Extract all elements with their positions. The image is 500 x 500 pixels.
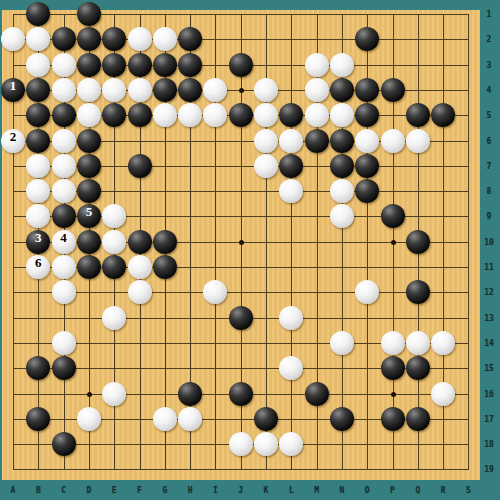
black-stone-Q10 xyxy=(406,230,430,254)
column-label-J: J xyxy=(238,486,243,495)
black-stone-G10 xyxy=(153,230,177,254)
black-stone-F7 xyxy=(128,154,152,178)
column-label-F: F xyxy=(137,486,142,495)
black-stone-A4 xyxy=(1,78,25,102)
row-label-15: 15 xyxy=(484,364,494,373)
black-stone-F10 xyxy=(128,230,152,254)
star-point-P10 xyxy=(391,240,396,245)
white-stone-N3 xyxy=(330,53,354,77)
star-point-J10 xyxy=(239,240,244,245)
black-stone-M6 xyxy=(305,129,329,153)
star-point-P16 xyxy=(391,392,396,397)
black-stone-E11 xyxy=(102,255,126,279)
row-label-14: 14 xyxy=(484,338,494,347)
white-stone-C3 xyxy=(52,53,76,77)
row-label-11: 11 xyxy=(484,263,494,272)
white-stone-C7 xyxy=(52,154,76,178)
row-label-1: 1 xyxy=(487,10,492,19)
black-stone-C2 xyxy=(52,27,76,51)
black-stone-B10 xyxy=(26,230,50,254)
row-label-8: 8 xyxy=(487,187,492,196)
white-stone-C12 xyxy=(52,280,76,304)
white-stone-R14 xyxy=(431,331,455,355)
black-stone-H4 xyxy=(178,78,202,102)
white-stone-G17 xyxy=(153,407,177,431)
black-stone-J5 xyxy=(229,103,253,127)
white-stone-G5 xyxy=(153,103,177,127)
white-stone-C6 xyxy=(52,129,76,153)
black-stone-D11 xyxy=(77,255,101,279)
black-stone-G3 xyxy=(153,53,177,77)
white-stone-M4 xyxy=(305,78,329,102)
black-stone-G4 xyxy=(153,78,177,102)
black-stone-P4 xyxy=(381,78,405,102)
white-stone-E16 xyxy=(102,382,126,406)
black-stone-L7 xyxy=(279,154,303,178)
black-stone-D10 xyxy=(77,230,101,254)
white-stone-H17 xyxy=(178,407,202,431)
black-stone-F5 xyxy=(128,103,152,127)
white-stone-G2 xyxy=(153,27,177,51)
black-stone-K17 xyxy=(254,407,278,431)
row-label-2: 2 xyxy=(487,35,492,44)
row-label-3: 3 xyxy=(487,60,492,69)
row-label-16: 16 xyxy=(484,389,494,398)
black-stone-Q12 xyxy=(406,280,430,304)
black-stone-B6 xyxy=(26,129,50,153)
black-stone-C9 xyxy=(52,204,76,228)
white-stone-D4 xyxy=(77,78,101,102)
row-label-6: 6 xyxy=(487,136,492,145)
column-label-I: I xyxy=(213,486,218,495)
grid-line-vertical xyxy=(291,14,292,470)
white-stone-E13 xyxy=(102,306,126,330)
black-stone-J16 xyxy=(229,382,253,406)
white-stone-J18 xyxy=(229,432,253,456)
black-stone-D6 xyxy=(77,129,101,153)
black-stone-N6 xyxy=(330,129,354,153)
white-stone-Q14 xyxy=(406,331,430,355)
row-label-19: 19 xyxy=(484,465,494,474)
row-label-10: 10 xyxy=(484,237,494,246)
column-label-P: P xyxy=(390,486,395,495)
column-label-N: N xyxy=(339,486,344,495)
column-label-A: A xyxy=(11,486,16,495)
column-label-B: B xyxy=(36,486,41,495)
black-stone-D1 xyxy=(77,2,101,26)
column-label-H: H xyxy=(188,486,193,495)
black-stone-E3 xyxy=(102,53,126,77)
black-stone-D3 xyxy=(77,53,101,77)
black-stone-P17 xyxy=(381,407,405,431)
black-stone-M16 xyxy=(305,382,329,406)
black-stone-H3 xyxy=(178,53,202,77)
white-stone-K7 xyxy=(254,154,278,178)
black-stone-H16 xyxy=(178,382,202,406)
column-label-D: D xyxy=(86,486,91,495)
black-stone-G11 xyxy=(153,255,177,279)
black-stone-N4 xyxy=(330,78,354,102)
black-stone-Q5 xyxy=(406,103,430,127)
star-point-D16 xyxy=(87,392,92,397)
row-label-5: 5 xyxy=(487,111,492,120)
black-stone-C15 xyxy=(52,356,76,380)
column-label-L: L xyxy=(289,486,294,495)
black-stone-C18 xyxy=(52,432,76,456)
white-stone-N8 xyxy=(330,179,354,203)
white-stone-N14 xyxy=(330,331,354,355)
black-stone-N17 xyxy=(330,407,354,431)
go-board-frame: 123456 12345678910111213141516171819ABCD… xyxy=(0,0,500,500)
row-label-13: 13 xyxy=(484,313,494,322)
white-stone-L13 xyxy=(279,306,303,330)
column-label-O: O xyxy=(365,486,370,495)
black-stone-F3 xyxy=(128,53,152,77)
black-stone-O7 xyxy=(355,154,379,178)
white-stone-D17 xyxy=(77,407,101,431)
black-stone-N7 xyxy=(330,154,354,178)
column-label-M: M xyxy=(314,486,319,495)
white-stone-K5 xyxy=(254,103,278,127)
row-label-4: 4 xyxy=(487,85,492,94)
white-stone-L6 xyxy=(279,129,303,153)
white-stone-A6 xyxy=(1,129,25,153)
row-label-18: 18 xyxy=(484,440,494,449)
white-stone-B7 xyxy=(26,154,50,178)
black-stone-Q17 xyxy=(406,407,430,431)
white-stone-M5 xyxy=(305,103,329,127)
black-stone-B17 xyxy=(26,407,50,431)
black-stone-O4 xyxy=(355,78,379,102)
white-stone-E10 xyxy=(102,230,126,254)
grid-line-horizontal xyxy=(13,469,469,470)
white-stone-R16 xyxy=(431,382,455,406)
white-stone-C10 xyxy=(52,230,76,254)
black-stone-D8 xyxy=(77,179,101,203)
black-stone-P15 xyxy=(381,356,405,380)
white-stone-F2 xyxy=(128,27,152,51)
white-stone-C8 xyxy=(52,179,76,203)
column-label-G: G xyxy=(162,486,167,495)
row-label-12: 12 xyxy=(484,288,494,297)
white-stone-K4 xyxy=(254,78,278,102)
white-stone-F12 xyxy=(128,280,152,304)
row-label-7: 7 xyxy=(487,161,492,170)
row-label-9: 9 xyxy=(487,212,492,221)
column-label-E: E xyxy=(112,486,117,495)
white-stone-B3 xyxy=(26,53,50,77)
white-stone-P14 xyxy=(381,331,405,355)
column-label-S: S xyxy=(466,486,471,495)
white-stone-C14 xyxy=(52,331,76,355)
column-label-C: C xyxy=(61,486,66,495)
column-label-Q: Q xyxy=(415,486,420,495)
star-point-J4 xyxy=(239,88,244,93)
column-label-K: K xyxy=(264,486,269,495)
white-stone-C4 xyxy=(52,78,76,102)
white-stone-D5 xyxy=(77,103,101,127)
white-stone-P6 xyxy=(381,129,405,153)
white-stone-M3 xyxy=(305,53,329,77)
white-stone-E4 xyxy=(102,78,126,102)
white-stone-C11 xyxy=(52,255,76,279)
white-stone-O6 xyxy=(355,129,379,153)
black-stone-Q15 xyxy=(406,356,430,380)
black-stone-C5 xyxy=(52,103,76,127)
row-label-17: 17 xyxy=(484,414,494,423)
white-stone-Q6 xyxy=(406,129,430,153)
grid-line-vertical xyxy=(468,14,469,470)
black-stone-J3 xyxy=(229,53,253,77)
white-stone-N5 xyxy=(330,103,354,127)
white-stone-K6 xyxy=(254,129,278,153)
black-stone-J13 xyxy=(229,306,253,330)
black-stone-D7 xyxy=(77,154,101,178)
white-stone-F11 xyxy=(128,255,152,279)
grid-line-horizontal xyxy=(13,292,469,293)
white-stone-K18 xyxy=(254,432,278,456)
black-stone-P9 xyxy=(381,204,405,228)
white-stone-F4 xyxy=(128,78,152,102)
column-label-R: R xyxy=(441,486,446,495)
